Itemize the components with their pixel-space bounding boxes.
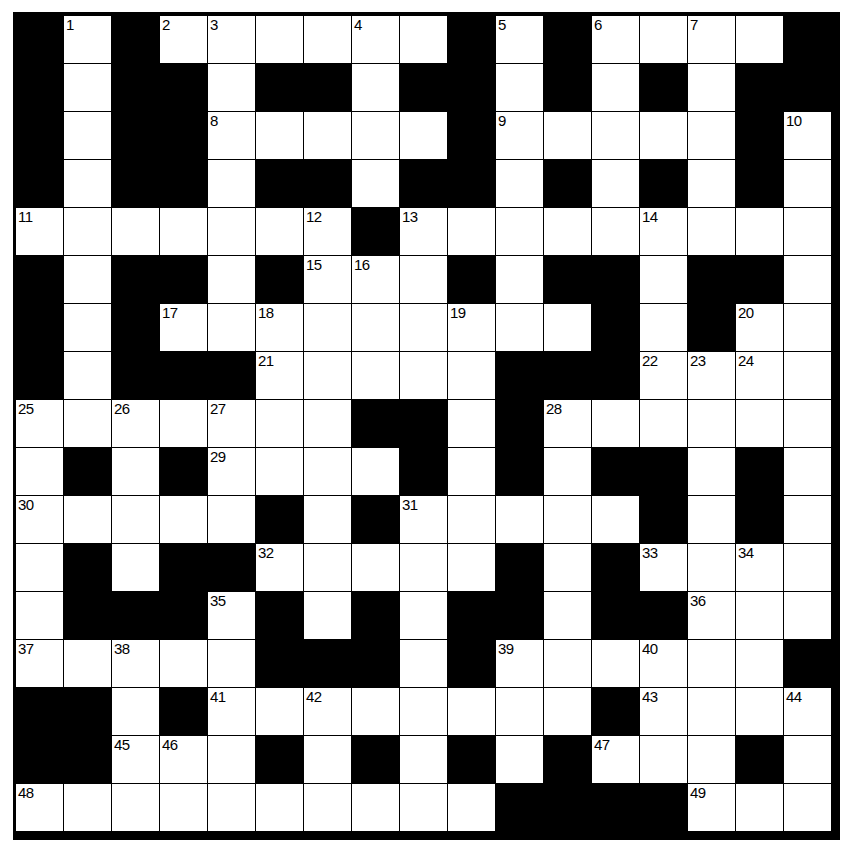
clue-number-23: 23 xyxy=(690,353,706,369)
cell-r12c4[interactable]: 35 xyxy=(208,592,255,639)
clue-number-38: 38 xyxy=(114,641,130,657)
cell-r6c13[interactable] xyxy=(640,304,687,351)
cell-r3c10[interactable] xyxy=(496,160,543,207)
block-cell-r8c10 xyxy=(496,400,543,447)
cell-r9c11[interactable] xyxy=(544,448,591,495)
clue-number-39: 39 xyxy=(498,641,514,657)
cell-r12c16[interactable] xyxy=(784,592,831,639)
block-cell-r0c2 xyxy=(112,16,159,63)
block-cell-r11c12 xyxy=(592,544,639,591)
cell-r14c4[interactable]: 41 xyxy=(208,688,255,735)
cell-r4c4[interactable] xyxy=(208,208,255,255)
cell-r11c6[interactable] xyxy=(304,544,351,591)
cell-r15c16[interactable] xyxy=(784,736,831,783)
cell-r13c12[interactable] xyxy=(592,640,639,687)
cell-r4c3[interactable] xyxy=(160,208,207,255)
cell-r13c11[interactable] xyxy=(544,640,591,687)
cell-r6c15[interactable]: 20 xyxy=(736,304,783,351)
cell-r8c3[interactable] xyxy=(160,400,207,447)
cell-r9c2[interactable] xyxy=(112,448,159,495)
block-cell-r2c3 xyxy=(160,112,207,159)
cell-r9c5[interactable] xyxy=(256,448,303,495)
cell-r6c11[interactable] xyxy=(544,304,591,351)
cell-r8c11[interactable]: 28 xyxy=(544,400,591,447)
cell-r16c8[interactable] xyxy=(400,784,447,831)
cell-r4c15[interactable] xyxy=(736,208,783,255)
cell-r2c8[interactable] xyxy=(400,112,447,159)
cell-r7c16[interactable] xyxy=(784,352,831,399)
cell-r11c13[interactable]: 33 xyxy=(640,544,687,591)
cell-r14c15[interactable] xyxy=(736,688,783,735)
block-cell-r15c11 xyxy=(544,736,591,783)
cell-r11c8[interactable] xyxy=(400,544,447,591)
cell-r2c13[interactable] xyxy=(640,112,687,159)
cell-r12c15[interactable] xyxy=(736,592,783,639)
cell-r15c2[interactable]: 45 xyxy=(112,736,159,783)
cell-r1c12[interactable] xyxy=(592,64,639,111)
clue-number-35: 35 xyxy=(210,593,226,609)
cell-r8c6[interactable] xyxy=(304,400,351,447)
cell-r16c4[interactable] xyxy=(208,784,255,831)
cell-r4c2[interactable] xyxy=(112,208,159,255)
clue-number-45: 45 xyxy=(114,737,130,753)
cell-r12c11[interactable] xyxy=(544,592,591,639)
block-cell-r13c5 xyxy=(256,640,303,687)
cell-r10c4[interactable] xyxy=(208,496,255,543)
cell-r4c14[interactable] xyxy=(688,208,735,255)
clue-number-20: 20 xyxy=(738,305,754,321)
block-cell-r15c7 xyxy=(352,736,399,783)
cell-r16c1[interactable] xyxy=(64,784,111,831)
clue-number-30: 30 xyxy=(18,497,34,513)
block-cell-r3c9 xyxy=(448,160,495,207)
cell-r16c3[interactable] xyxy=(160,784,207,831)
block-cell-r16c12 xyxy=(592,784,639,831)
block-cell-r2c2 xyxy=(112,112,159,159)
clue-number-11: 11 xyxy=(18,209,33,225)
cell-r10c6[interactable] xyxy=(304,496,351,543)
block-cell-r16c11 xyxy=(544,784,591,831)
cell-r2c6[interactable] xyxy=(304,112,351,159)
cell-r6c3[interactable]: 17 xyxy=(160,304,207,351)
cell-r2c4[interactable]: 8 xyxy=(208,112,255,159)
clue-number-4: 4 xyxy=(354,17,362,33)
clue-number-41: 41 xyxy=(210,689,226,705)
cell-r13c15[interactable] xyxy=(736,640,783,687)
cell-r9c7[interactable] xyxy=(352,448,399,495)
clue-number-34: 34 xyxy=(738,545,754,561)
cell-r16c0[interactable]: 48 xyxy=(16,784,63,831)
block-cell-r1c13 xyxy=(640,64,687,111)
cell-r8c2[interactable]: 26 xyxy=(112,400,159,447)
cell-r0c8[interactable] xyxy=(400,16,447,63)
cell-r12c0[interactable] xyxy=(16,592,63,639)
cell-r14c11[interactable] xyxy=(544,688,591,735)
cell-r10c8[interactable]: 31 xyxy=(400,496,447,543)
cell-r2c7[interactable] xyxy=(352,112,399,159)
cell-r9c14[interactable] xyxy=(688,448,735,495)
cell-r6c4[interactable] xyxy=(208,304,255,351)
block-cell-r14c0 xyxy=(16,688,63,735)
block-cell-r10c7 xyxy=(352,496,399,543)
cell-r0c4[interactable]: 3 xyxy=(208,16,255,63)
cell-r1c4[interactable] xyxy=(208,64,255,111)
cell-r11c14[interactable] xyxy=(688,544,735,591)
cell-r15c10[interactable] xyxy=(496,736,543,783)
cell-r0c15[interactable] xyxy=(736,16,783,63)
cell-r6c7[interactable] xyxy=(352,304,399,351)
clue-number-44: 44 xyxy=(786,689,802,705)
cell-r5c13[interactable] xyxy=(640,256,687,303)
cell-r5c10[interactable] xyxy=(496,256,543,303)
clue-number-5: 5 xyxy=(498,17,506,33)
block-cell-r12c5 xyxy=(256,592,303,639)
cell-r5c16[interactable] xyxy=(784,256,831,303)
block-cell-r5c5 xyxy=(256,256,303,303)
cell-r5c1[interactable] xyxy=(64,256,111,303)
block-cell-r14c3 xyxy=(160,688,207,735)
cell-r4c8[interactable]: 13 xyxy=(400,208,447,255)
cell-r5c8[interactable] xyxy=(400,256,447,303)
clue-number-32: 32 xyxy=(258,545,274,561)
cell-r2c10[interactable]: 9 xyxy=(496,112,543,159)
cell-r14c6[interactable]: 42 xyxy=(304,688,351,735)
block-cell-r0c11 xyxy=(544,16,591,63)
block-cell-r5c11 xyxy=(544,256,591,303)
cell-r3c14[interactable] xyxy=(688,160,735,207)
crossword-board: 1234567891011121314151617181920212223242… xyxy=(13,12,840,840)
clue-number-12: 12 xyxy=(306,209,322,225)
clue-number-47: 47 xyxy=(594,737,610,753)
cell-r14c7[interactable] xyxy=(352,688,399,735)
cell-r7c5[interactable]: 21 xyxy=(256,352,303,399)
cell-r1c7[interactable] xyxy=(352,64,399,111)
cell-r10c9[interactable] xyxy=(448,496,495,543)
cell-r14c10[interactable] xyxy=(496,688,543,735)
block-cell-r15c5 xyxy=(256,736,303,783)
clue-number-27: 27 xyxy=(210,401,226,417)
cell-r8c0[interactable]: 25 xyxy=(16,400,63,447)
clue-number-48: 48 xyxy=(18,785,34,801)
block-cell-r5c14 xyxy=(688,256,735,303)
cell-r11c0[interactable] xyxy=(16,544,63,591)
cell-r10c0[interactable]: 30 xyxy=(16,496,63,543)
cell-r10c2[interactable] xyxy=(112,496,159,543)
cell-r11c11[interactable] xyxy=(544,544,591,591)
block-cell-r1c16 xyxy=(784,64,831,111)
cell-r13c8[interactable] xyxy=(400,640,447,687)
cell-r0c12[interactable]: 6 xyxy=(592,16,639,63)
cell-r9c9[interactable] xyxy=(448,448,495,495)
cell-r16c7[interactable] xyxy=(352,784,399,831)
block-cell-r0c16 xyxy=(784,16,831,63)
cell-r2c14[interactable] xyxy=(688,112,735,159)
block-cell-r7c10 xyxy=(496,352,543,399)
cell-r12c14[interactable]: 36 xyxy=(688,592,735,639)
cell-r14c13[interactable]: 43 xyxy=(640,688,687,735)
clue-number-42: 42 xyxy=(306,689,322,705)
block-cell-r15c9 xyxy=(448,736,495,783)
cell-r14c16[interactable]: 44 xyxy=(784,688,831,735)
cell-r13c13[interactable]: 40 xyxy=(640,640,687,687)
cell-r8c12[interactable] xyxy=(592,400,639,447)
cell-r16c9[interactable] xyxy=(448,784,495,831)
cell-r7c14[interactable]: 23 xyxy=(688,352,735,399)
block-cell-r3c5 xyxy=(256,160,303,207)
cell-r0c7[interactable]: 4 xyxy=(352,16,399,63)
clue-number-8: 8 xyxy=(210,113,218,129)
block-cell-r12c3 xyxy=(160,592,207,639)
cell-r13c3[interactable] xyxy=(160,640,207,687)
cell-r4c5[interactable] xyxy=(256,208,303,255)
cell-r12c6[interactable] xyxy=(304,592,351,639)
cell-r14c2[interactable] xyxy=(112,688,159,735)
cell-r16c2[interactable] xyxy=(112,784,159,831)
cell-r16c6[interactable] xyxy=(304,784,351,831)
cell-r9c16[interactable] xyxy=(784,448,831,495)
cell-r14c5[interactable] xyxy=(256,688,303,735)
clue-number-22: 22 xyxy=(642,353,658,369)
block-cell-r11c4 xyxy=(208,544,255,591)
cell-r14c8[interactable] xyxy=(400,688,447,735)
cell-r8c16[interactable] xyxy=(784,400,831,447)
block-cell-r1c9 xyxy=(448,64,495,111)
cell-r9c0[interactable] xyxy=(16,448,63,495)
clue-number-37: 37 xyxy=(18,641,34,657)
block-cell-r7c2 xyxy=(112,352,159,399)
cell-r0c6[interactable] xyxy=(304,16,351,63)
cell-r15c3[interactable]: 46 xyxy=(160,736,207,783)
cell-r9c6[interactable] xyxy=(304,448,351,495)
cell-r2c11[interactable] xyxy=(544,112,591,159)
block-cell-r9c3 xyxy=(160,448,207,495)
clue-number-3: 3 xyxy=(210,17,218,33)
cell-r6c9[interactable]: 19 xyxy=(448,304,495,351)
block-cell-r12c9 xyxy=(448,592,495,639)
cell-r13c4[interactable] xyxy=(208,640,255,687)
block-cell-r9c12 xyxy=(592,448,639,495)
block-cell-r5c0 xyxy=(16,256,63,303)
cell-r16c14[interactable]: 49 xyxy=(688,784,735,831)
cell-r16c16[interactable] xyxy=(784,784,831,831)
cell-r8c14[interactable] xyxy=(688,400,735,447)
clue-number-18: 18 xyxy=(258,305,274,321)
cell-r7c13[interactable]: 22 xyxy=(640,352,687,399)
cell-r5c6[interactable]: 15 xyxy=(304,256,351,303)
clue-number-43: 43 xyxy=(642,689,658,705)
block-cell-r3c11 xyxy=(544,160,591,207)
clue-number-49: 49 xyxy=(690,785,706,801)
cell-r8c4[interactable]: 27 xyxy=(208,400,255,447)
cell-r5c7[interactable]: 16 xyxy=(352,256,399,303)
block-cell-r12c7 xyxy=(352,592,399,639)
cell-r4c1[interactable] xyxy=(64,208,111,255)
block-cell-r2c15 xyxy=(736,112,783,159)
block-cell-r12c12 xyxy=(592,592,639,639)
cell-r11c9[interactable] xyxy=(448,544,495,591)
cell-r11c5[interactable]: 32 xyxy=(256,544,303,591)
block-cell-r1c8 xyxy=(400,64,447,111)
cell-r9c4[interactable]: 29 xyxy=(208,448,255,495)
cell-r8c1[interactable] xyxy=(64,400,111,447)
block-cell-r14c1 xyxy=(64,688,111,735)
cell-r16c5[interactable] xyxy=(256,784,303,831)
block-cell-r6c0 xyxy=(16,304,63,351)
cell-r14c14[interactable] xyxy=(688,688,735,735)
block-cell-r7c12 xyxy=(592,352,639,399)
block-cell-r3c2 xyxy=(112,160,159,207)
clue-number-9: 9 xyxy=(498,113,506,129)
cell-r6c6[interactable] xyxy=(304,304,351,351)
cell-r8c13[interactable] xyxy=(640,400,687,447)
cell-r15c8[interactable] xyxy=(400,736,447,783)
block-cell-r2c0 xyxy=(16,112,63,159)
cell-r10c3[interactable] xyxy=(160,496,207,543)
block-cell-r5c15 xyxy=(736,256,783,303)
cell-r10c12[interactable] xyxy=(592,496,639,543)
clue-number-40: 40 xyxy=(642,641,658,657)
clue-number-29: 29 xyxy=(210,449,226,465)
block-cell-r1c5 xyxy=(256,64,303,111)
clue-number-7: 7 xyxy=(690,17,698,33)
block-cell-r12c2 xyxy=(112,592,159,639)
cell-r3c1[interactable] xyxy=(64,160,111,207)
cell-r4c16[interactable] xyxy=(784,208,831,255)
cell-r14c9[interactable] xyxy=(448,688,495,735)
block-cell-r9c8 xyxy=(400,448,447,495)
cell-r0c5[interactable] xyxy=(256,16,303,63)
block-cell-r11c10 xyxy=(496,544,543,591)
cell-r1c14[interactable] xyxy=(688,64,735,111)
cell-r10c11[interactable] xyxy=(544,496,591,543)
block-cell-r13c7 xyxy=(352,640,399,687)
cell-r10c1[interactable] xyxy=(64,496,111,543)
block-cell-r14c12 xyxy=(592,688,639,735)
cell-r11c15[interactable]: 34 xyxy=(736,544,783,591)
block-cell-r3c0 xyxy=(16,160,63,207)
block-cell-r15c1 xyxy=(64,736,111,783)
block-cell-r15c15 xyxy=(736,736,783,783)
cell-r0c13[interactable] xyxy=(640,16,687,63)
cell-r3c12[interactable] xyxy=(592,160,639,207)
block-cell-r10c5 xyxy=(256,496,303,543)
block-cell-r12c1 xyxy=(64,592,111,639)
cell-r13c1[interactable] xyxy=(64,640,111,687)
cell-r10c10[interactable] xyxy=(496,496,543,543)
block-cell-r11c1 xyxy=(64,544,111,591)
clue-number-24: 24 xyxy=(738,353,754,369)
cell-r4c13[interactable]: 14 xyxy=(640,208,687,255)
cell-r0c3[interactable]: 2 xyxy=(160,16,207,63)
cell-r7c8[interactable] xyxy=(400,352,447,399)
block-cell-r1c2 xyxy=(112,64,159,111)
cell-r2c12[interactable] xyxy=(592,112,639,159)
clue-number-33: 33 xyxy=(642,545,658,561)
block-cell-r8c7 xyxy=(352,400,399,447)
block-cell-r3c3 xyxy=(160,160,207,207)
block-cell-r16c13 xyxy=(640,784,687,831)
cell-r0c14[interactable]: 7 xyxy=(688,16,735,63)
cell-r2c5[interactable] xyxy=(256,112,303,159)
cell-r5c4[interactable] xyxy=(208,256,255,303)
block-cell-r5c12 xyxy=(592,256,639,303)
block-cell-r6c12 xyxy=(592,304,639,351)
cell-r2c1[interactable] xyxy=(64,112,111,159)
cell-r11c7[interactable] xyxy=(352,544,399,591)
cell-r16c15[interactable] xyxy=(736,784,783,831)
cell-r4c11[interactable] xyxy=(544,208,591,255)
block-cell-r1c15 xyxy=(736,64,783,111)
cell-r6c5[interactable]: 18 xyxy=(256,304,303,351)
cell-r3c4[interactable] xyxy=(208,160,255,207)
cell-r8c15[interactable] xyxy=(736,400,783,447)
cell-r13c0[interactable]: 37 xyxy=(16,640,63,687)
block-cell-r9c1 xyxy=(64,448,111,495)
cell-r7c9[interactable] xyxy=(448,352,495,399)
cell-r1c10[interactable] xyxy=(496,64,543,111)
cell-r4c0[interactable]: 11 xyxy=(16,208,63,255)
cell-r13c2[interactable]: 38 xyxy=(112,640,159,687)
cell-r7c7[interactable] xyxy=(352,352,399,399)
cell-r0c1[interactable]: 1 xyxy=(64,16,111,63)
cell-r4c10[interactable] xyxy=(496,208,543,255)
cell-r3c16[interactable] xyxy=(784,160,831,207)
cell-r4c12[interactable] xyxy=(592,208,639,255)
cell-r10c16[interactable] xyxy=(784,496,831,543)
block-cell-r12c13 xyxy=(640,592,687,639)
cell-r8c5[interactable] xyxy=(256,400,303,447)
cell-r0c10[interactable]: 5 xyxy=(496,16,543,63)
cell-r4c9[interactable] xyxy=(448,208,495,255)
block-cell-r5c2 xyxy=(112,256,159,303)
block-cell-r5c9 xyxy=(448,256,495,303)
cell-r12c8[interactable] xyxy=(400,592,447,639)
cell-r10c14[interactable] xyxy=(688,496,735,543)
cell-r11c2[interactable] xyxy=(112,544,159,591)
cell-r6c10[interactable] xyxy=(496,304,543,351)
cell-r13c14[interactable] xyxy=(688,640,735,687)
cell-r6c1[interactable] xyxy=(64,304,111,351)
cell-r15c14[interactable] xyxy=(688,736,735,783)
clue-number-10: 10 xyxy=(786,113,802,129)
cell-r1c1[interactable] xyxy=(64,64,111,111)
cell-r8c9[interactable] xyxy=(448,400,495,447)
clue-number-36: 36 xyxy=(690,593,706,609)
block-cell-r7c3 xyxy=(160,352,207,399)
cell-r6c8[interactable] xyxy=(400,304,447,351)
cell-r13c10[interactable]: 39 xyxy=(496,640,543,687)
cell-r15c4[interactable] xyxy=(208,736,255,783)
cell-r2c16[interactable]: 10 xyxy=(784,112,831,159)
clue-number-31: 31 xyxy=(402,497,418,513)
cell-r11c16[interactable] xyxy=(784,544,831,591)
cell-r6c16[interactable] xyxy=(784,304,831,351)
cell-r7c1[interactable] xyxy=(64,352,111,399)
block-cell-r9c15 xyxy=(736,448,783,495)
cell-r15c6[interactable] xyxy=(304,736,351,783)
block-cell-r10c13 xyxy=(640,496,687,543)
block-cell-r6c2 xyxy=(112,304,159,351)
cell-r15c13[interactable] xyxy=(640,736,687,783)
block-cell-r13c16 xyxy=(784,640,831,687)
cell-r7c6[interactable] xyxy=(304,352,351,399)
cell-r7c15[interactable]: 24 xyxy=(736,352,783,399)
block-cell-r12c10 xyxy=(496,592,543,639)
block-cell-r3c15 xyxy=(736,160,783,207)
cell-r4c6[interactable]: 12 xyxy=(304,208,351,255)
cell-r15c12[interactable]: 47 xyxy=(592,736,639,783)
cell-r3c7[interactable] xyxy=(352,160,399,207)
